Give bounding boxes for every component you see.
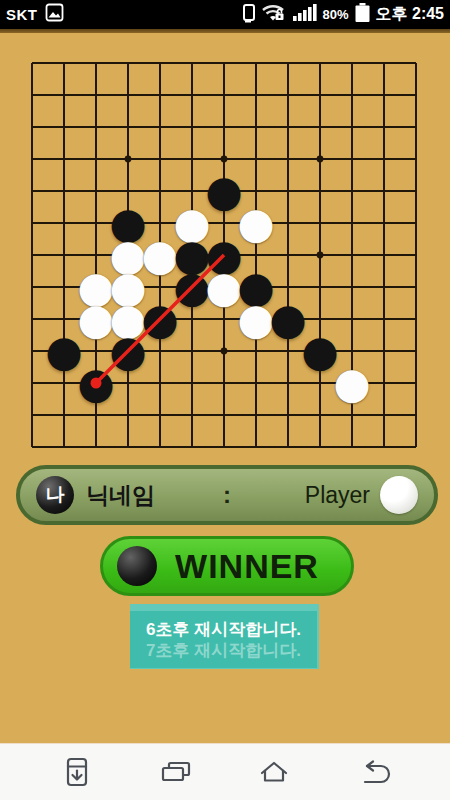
white-stone: ● xyxy=(144,239,176,271)
winner-label: WINNER xyxy=(157,547,337,586)
back-icon xyxy=(355,759,391,785)
black-stone: ● xyxy=(80,367,112,399)
black-stone-avatar: 나 xyxy=(36,476,74,514)
black-stone: ● xyxy=(48,335,80,367)
signal-strength-icon xyxy=(292,3,318,27)
home-button[interactable] xyxy=(244,750,304,794)
black-stone: ● xyxy=(208,175,240,207)
winner-banner: WINNER xyxy=(100,536,354,596)
black-stone: ● xyxy=(176,271,208,303)
avatar-label: 나 xyxy=(46,482,65,508)
black-stone: ● xyxy=(112,335,144,367)
restart-countdown-previous: 7초후 재시작합니다. xyxy=(146,640,301,661)
battery-percent-label: 80% xyxy=(323,7,349,22)
restart-message-box: 6초후 재시작합니다. 7초후 재시작합니다. xyxy=(130,611,317,668)
android-nav-bar xyxy=(0,743,450,800)
white-stone: ● xyxy=(336,367,368,399)
recent-apps-button[interactable] xyxy=(146,750,206,794)
right-player-name: Player xyxy=(305,482,370,509)
gomoku-board[interactable]: ●●●●●●●●●●●●●●●●●●●●●●● xyxy=(30,61,418,449)
black-stone: ● xyxy=(144,303,176,335)
white-stone: ● xyxy=(240,207,272,239)
restart-countdown-current: 6초후 재시작합니다. xyxy=(146,619,301,640)
phone-vibrate-icon xyxy=(240,3,256,27)
white-stone-avatar xyxy=(380,476,418,514)
statusbar-divider xyxy=(0,29,450,33)
clock-label: 오후 2:45 xyxy=(376,4,444,25)
recent-apps-icon xyxy=(159,759,193,785)
player-bar: 나 닉네임 : Player xyxy=(16,465,438,525)
home-icon xyxy=(259,759,289,785)
white-stone: ● xyxy=(208,271,240,303)
white-stone: ● xyxy=(240,303,272,335)
carrier-label: SKT xyxy=(6,6,38,23)
score-separator: : xyxy=(223,481,231,509)
status-bar: SKT xyxy=(0,0,450,29)
white-stone: ● xyxy=(80,303,112,335)
battery-icon xyxy=(354,2,371,27)
hide-bar-icon xyxy=(64,757,90,787)
winner-black-stone-icon xyxy=(117,546,157,586)
black-stone: ● xyxy=(272,303,304,335)
gallery-notification-icon xyxy=(45,3,64,26)
left-player-name: 닉네임 xyxy=(86,480,155,511)
board-stones: ●●●●●●●●●●●●●●●●●●●●●●● xyxy=(30,61,418,449)
hide-bar-button[interactable] xyxy=(47,750,107,794)
wifi-secured-icon xyxy=(261,3,287,27)
back-button[interactable] xyxy=(343,750,403,794)
black-stone: ● xyxy=(304,335,336,367)
